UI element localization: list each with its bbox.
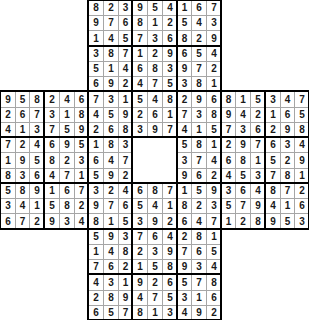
cell-r17c8[interactable]: 4 bbox=[103, 244, 119, 260]
cell-r8c21[interactable]: 5 bbox=[294, 107, 309, 123]
cell-r14c1[interactable]: 3 bbox=[0, 198, 16, 214]
cell-r1c15[interactable]: 7 bbox=[206, 0, 222, 16]
cell-r1c8[interactable]: 2 bbox=[103, 0, 119, 16]
cell-r7c18[interactable]: 5 bbox=[250, 91, 266, 108]
cell-r6c13[interactable]: 3 bbox=[177, 76, 192, 92]
cell-r1c9[interactable]: 3 bbox=[118, 0, 133, 16]
cell-r15c11[interactable]: 9 bbox=[147, 213, 163, 230]
cell-r14c10[interactable]: 5 bbox=[132, 198, 148, 214]
cell-r4c12[interactable]: 9 bbox=[162, 46, 178, 62]
cell-r9c9[interactable]: 8 bbox=[118, 122, 133, 138]
cell-r12c17[interactable]: 5 bbox=[235, 168, 251, 184]
cell-r8c19[interactable]: 1 bbox=[265, 107, 281, 123]
cell-r14c21[interactable]: 6 bbox=[294, 198, 309, 214]
cell-r15c6[interactable]: 4 bbox=[74, 213, 89, 230]
cell-r15c5[interactable]: 3 bbox=[59, 213, 75, 230]
cell-r13c2[interactable]: 8 bbox=[15, 183, 30, 199]
cell-r10c8[interactable]: 8 bbox=[103, 137, 119, 153]
cell-r9c11[interactable]: 9 bbox=[147, 122, 163, 138]
cell-r14c16[interactable]: 5 bbox=[221, 198, 236, 214]
cell-r8c20[interactable]: 6 bbox=[280, 107, 295, 123]
cell-r4c11[interactable]: 2 bbox=[147, 46, 163, 62]
cell-r8c15[interactable]: 8 bbox=[206, 107, 222, 123]
cell-r7c14[interactable]: 9 bbox=[191, 91, 207, 108]
cell-r20c12[interactable]: 5 bbox=[162, 290, 178, 306]
cell-r14c6[interactable]: 2 bbox=[74, 198, 89, 214]
cell-r15c15[interactable]: 7 bbox=[206, 213, 222, 230]
cell-r19c14[interactable]: 7 bbox=[191, 274, 207, 291]
cell-r4c13[interactable]: 6 bbox=[177, 46, 192, 62]
cell-r11c6[interactable]: 3 bbox=[74, 152, 89, 169]
cell-r13c7[interactable]: 3 bbox=[88, 183, 104, 199]
cell-r8c9[interactable]: 9 bbox=[118, 107, 133, 123]
cell-r15c2[interactable]: 7 bbox=[15, 213, 30, 230]
cell-r11c13[interactable]: 3 bbox=[177, 152, 192, 169]
cell-r20c11[interactable]: 7 bbox=[147, 290, 163, 306]
cell-r12c21[interactable]: 1 bbox=[294, 168, 309, 184]
cell-r15c18[interactable]: 8 bbox=[250, 213, 266, 230]
cell-r9c8[interactable]: 6 bbox=[103, 122, 119, 138]
cell-r14c19[interactable]: 4 bbox=[265, 198, 281, 214]
cell-r10c14[interactable]: 8 bbox=[191, 137, 207, 153]
cell-r7c13[interactable]: 2 bbox=[177, 91, 192, 108]
cell-r2c7[interactable]: 9 bbox=[88, 15, 104, 31]
cell-r9c20[interactable]: 9 bbox=[280, 122, 295, 138]
cell-r10c21[interactable]: 4 bbox=[294, 137, 309, 153]
cell-r21c15[interactable]: 2 bbox=[206, 305, 222, 320]
cell-r3c15[interactable]: 9 bbox=[206, 30, 222, 47]
cell-r8c18[interactable]: 2 bbox=[250, 107, 266, 123]
cell-r13c11[interactable]: 8 bbox=[147, 183, 163, 199]
cell-r2c10[interactable]: 8 bbox=[132, 15, 148, 31]
cell-r21c7[interactable]: 6 bbox=[88, 305, 104, 320]
cell-r15c13[interactable]: 6 bbox=[177, 213, 192, 230]
cell-r6c9[interactable]: 2 bbox=[118, 76, 133, 92]
cell-r6c10[interactable]: 4 bbox=[132, 76, 148, 92]
cell-r15c19[interactable]: 9 bbox=[265, 213, 281, 230]
cell-r3c12[interactable]: 6 bbox=[162, 30, 178, 47]
cell-r5c9[interactable]: 4 bbox=[118, 61, 133, 77]
cell-r14c8[interactable]: 7 bbox=[103, 198, 119, 214]
cell-r17c10[interactable]: 2 bbox=[132, 244, 148, 260]
cell-r10c5[interactable]: 9 bbox=[59, 137, 75, 153]
cell-r18c10[interactable]: 1 bbox=[132, 259, 148, 275]
cell-r10c13[interactable]: 5 bbox=[177, 137, 192, 153]
sudoku-board: 8239541679768125431457368293871296545146… bbox=[0, 0, 309, 320]
cell-r9c12[interactable]: 7 bbox=[162, 122, 178, 138]
cell-r20c10[interactable]: 4 bbox=[132, 290, 148, 306]
cell-r8c8[interactable]: 5 bbox=[103, 107, 119, 123]
cell-r16c13[interactable]: 2 bbox=[177, 229, 192, 245]
cell-r9c4[interactable]: 7 bbox=[44, 122, 60, 138]
cell-r8c4[interactable]: 3 bbox=[44, 107, 60, 123]
cell-r13c9[interactable]: 4 bbox=[118, 183, 133, 199]
cell-r15c20[interactable]: 5 bbox=[280, 213, 295, 230]
cell-r8c13[interactable]: 7 bbox=[177, 107, 192, 123]
cell-r4c7[interactable]: 3 bbox=[88, 46, 104, 62]
cell-r13c4[interactable]: 1 bbox=[44, 183, 60, 199]
cell-r20c9[interactable]: 9 bbox=[118, 290, 133, 306]
cell-r16c10[interactable]: 7 bbox=[132, 229, 148, 245]
cell-r19c9[interactable]: 1 bbox=[118, 274, 133, 291]
cell-r11c7[interactable]: 6 bbox=[88, 152, 104, 169]
cell-r5c13[interactable]: 9 bbox=[177, 61, 192, 77]
cell-r7c17[interactable]: 1 bbox=[235, 91, 251, 108]
cell-r1c11[interactable]: 5 bbox=[147, 0, 163, 16]
cell-r16c12[interactable]: 4 bbox=[162, 229, 178, 245]
cell-r5c14[interactable]: 7 bbox=[191, 61, 207, 77]
cell-r9c7[interactable]: 2 bbox=[88, 122, 104, 138]
cell-r8c2[interactable]: 6 bbox=[15, 107, 30, 123]
cell-r21c12[interactable]: 3 bbox=[162, 305, 178, 320]
cell-r7c20[interactable]: 4 bbox=[280, 91, 295, 108]
cell-r12c5[interactable]: 7 bbox=[59, 168, 75, 184]
cell-r20c15[interactable]: 6 bbox=[206, 290, 222, 306]
cell-r9c1[interactable]: 4 bbox=[0, 122, 16, 138]
cell-r8c16[interactable]: 9 bbox=[221, 107, 236, 123]
cell-r18c11[interactable]: 5 bbox=[147, 259, 163, 275]
cell-r13c1[interactable]: 5 bbox=[0, 183, 16, 199]
cell-r4c8[interactable]: 8 bbox=[103, 46, 119, 62]
cell-r9c19[interactable]: 2 bbox=[265, 122, 281, 138]
cell-r12c8[interactable]: 9 bbox=[103, 168, 119, 184]
cell-r17c9[interactable]: 8 bbox=[118, 244, 133, 260]
cell-r16c11[interactable]: 6 bbox=[147, 229, 163, 245]
cell-r10c4[interactable]: 6 bbox=[44, 137, 60, 153]
cell-r7c15[interactable]: 6 bbox=[206, 91, 222, 108]
cell-r10c1[interactable]: 7 bbox=[0, 137, 16, 153]
cell-r21c10[interactable]: 8 bbox=[132, 305, 148, 320]
cell-r17c13[interactable]: 7 bbox=[177, 244, 192, 260]
cell-r4c14[interactable]: 5 bbox=[191, 46, 207, 62]
cell-r12c13[interactable]: 9 bbox=[177, 168, 192, 184]
cell-r19c8[interactable]: 3 bbox=[103, 274, 119, 291]
cell-r19c10[interactable]: 9 bbox=[132, 274, 148, 291]
cell-r17c12[interactable]: 9 bbox=[162, 244, 178, 260]
cell-r16c8[interactable]: 9 bbox=[103, 229, 119, 245]
cell-r2c13[interactable]: 5 bbox=[177, 15, 192, 31]
cell-r11c18[interactable]: 1 bbox=[250, 152, 266, 169]
cell-r10c16[interactable]: 2 bbox=[221, 137, 236, 153]
cell-r7c6[interactable]: 6 bbox=[74, 91, 89, 108]
cell-r14c7[interactable]: 9 bbox=[88, 198, 104, 214]
cell-r2c8[interactable]: 7 bbox=[103, 15, 119, 31]
cell-r14c11[interactable]: 4 bbox=[147, 198, 163, 214]
cell-r12c6[interactable]: 1 bbox=[74, 168, 89, 184]
cell-r5c10[interactable]: 6 bbox=[132, 61, 148, 77]
cell-r10c15[interactable]: 1 bbox=[206, 137, 222, 153]
cell-r3c10[interactable]: 7 bbox=[132, 30, 148, 47]
cell-r10c17[interactable]: 9 bbox=[235, 137, 251, 153]
cell-r19c12[interactable]: 6 bbox=[162, 274, 178, 291]
cell-r20c14[interactable]: 1 bbox=[191, 290, 207, 306]
cell-r11c16[interactable]: 6 bbox=[221, 152, 236, 169]
cell-r8c7[interactable]: 4 bbox=[88, 107, 104, 123]
cell-r9c5[interactable]: 5 bbox=[59, 122, 75, 138]
cell-r14c12[interactable]: 1 bbox=[162, 198, 178, 214]
cell-r11c8[interactable]: 4 bbox=[103, 152, 119, 169]
cell-r10c3[interactable]: 4 bbox=[29, 137, 45, 153]
cell-r13c3[interactable]: 9 bbox=[29, 183, 45, 199]
cell-r16c14[interactable]: 8 bbox=[191, 229, 207, 245]
cell-r14c17[interactable]: 7 bbox=[235, 198, 251, 214]
cell-r18c13[interactable]: 9 bbox=[177, 259, 192, 275]
cell-r15c14[interactable]: 4 bbox=[191, 213, 207, 230]
cell-r11c5[interactable]: 2 bbox=[59, 152, 75, 169]
cell-r7c8[interactable]: 3 bbox=[103, 91, 119, 108]
cell-r9c3[interactable]: 3 bbox=[29, 122, 45, 138]
cell-r21c8[interactable]: 5 bbox=[103, 305, 119, 320]
cell-r13c21[interactable]: 2 bbox=[294, 183, 309, 199]
cell-r12c7[interactable]: 5 bbox=[88, 168, 104, 184]
cell-r1c14[interactable]: 6 bbox=[191, 0, 207, 16]
cell-r2c14[interactable]: 4 bbox=[191, 15, 207, 31]
cell-r8c14[interactable]: 3 bbox=[191, 107, 207, 123]
cell-r9c17[interactable]: 3 bbox=[235, 122, 251, 138]
cell-r14c2[interactable]: 4 bbox=[15, 198, 30, 214]
cell-r5c12[interactable]: 3 bbox=[162, 61, 178, 77]
cell-r6c12[interactable]: 5 bbox=[162, 76, 178, 92]
cell-r13c15[interactable]: 9 bbox=[206, 183, 222, 199]
cell-r19c7[interactable]: 4 bbox=[88, 274, 104, 291]
cell-r9c10[interactable]: 3 bbox=[132, 122, 148, 138]
cell-r19c13[interactable]: 5 bbox=[177, 274, 192, 291]
cell-r3c7[interactable]: 1 bbox=[88, 30, 104, 47]
cell-r14c13[interactable]: 8 bbox=[177, 198, 192, 214]
cell-r18c7[interactable]: 7 bbox=[88, 259, 104, 275]
cell-r7c1[interactable]: 9 bbox=[0, 91, 16, 108]
cell-r2c15[interactable]: 3 bbox=[206, 15, 222, 31]
cell-r17c7[interactable]: 1 bbox=[88, 244, 104, 260]
cell-r15c16[interactable]: 1 bbox=[221, 213, 236, 230]
cell-r6c7[interactable]: 6 bbox=[88, 76, 104, 92]
cell-r5c7[interactable]: 5 bbox=[88, 61, 104, 77]
cell-r7c10[interactable]: 5 bbox=[132, 91, 148, 108]
cell-r12c3[interactable]: 6 bbox=[29, 168, 45, 184]
cell-r8c1[interactable]: 2 bbox=[0, 107, 16, 123]
cell-r10c2[interactable]: 2 bbox=[15, 137, 30, 153]
cell-r11c19[interactable]: 5 bbox=[265, 152, 281, 169]
cell-r10c20[interactable]: 3 bbox=[280, 137, 295, 153]
cell-r2c12[interactable]: 2 bbox=[162, 15, 178, 31]
cell-r13c12[interactable]: 7 bbox=[162, 183, 178, 199]
cell-r15c8[interactable]: 1 bbox=[103, 213, 119, 230]
cell-r14c3[interactable]: 1 bbox=[29, 198, 45, 214]
cell-r15c21[interactable]: 3 bbox=[294, 213, 309, 230]
cell-r11c1[interactable]: 1 bbox=[0, 152, 16, 169]
cell-r11c2[interactable]: 9 bbox=[15, 152, 30, 169]
cell-r15c3[interactable]: 2 bbox=[29, 213, 45, 230]
cell-r12c9[interactable]: 2 bbox=[118, 168, 133, 184]
cell-r7c9[interactable]: 1 bbox=[118, 91, 133, 108]
cell-r15c17[interactable]: 2 bbox=[235, 213, 251, 230]
cell-r4c9[interactable]: 7 bbox=[118, 46, 133, 62]
cell-r14c15[interactable]: 3 bbox=[206, 198, 222, 214]
cell-r12c18[interactable]: 3 bbox=[250, 168, 266, 184]
cell-r13c18[interactable]: 4 bbox=[250, 183, 266, 199]
cell-r20c8[interactable]: 8 bbox=[103, 290, 119, 306]
cell-r13c14[interactable]: 5 bbox=[191, 183, 207, 199]
cell-r9c18[interactable]: 6 bbox=[250, 122, 266, 138]
cell-r9c21[interactable]: 8 bbox=[294, 122, 309, 138]
cell-r12c15[interactable]: 2 bbox=[206, 168, 222, 184]
cell-r20c7[interactable]: 2 bbox=[88, 290, 104, 306]
cell-r21c11[interactable]: 1 bbox=[147, 305, 163, 320]
cell-r17c11[interactable]: 3 bbox=[147, 244, 163, 260]
cell-r14c18[interactable]: 9 bbox=[250, 198, 266, 214]
cell-r13c13[interactable]: 1 bbox=[177, 183, 192, 199]
cell-r3c8[interactable]: 4 bbox=[103, 30, 119, 47]
cell-r13c5[interactable]: 6 bbox=[59, 183, 75, 199]
cell-r9c6[interactable]: 9 bbox=[74, 122, 89, 138]
cell-r20c13[interactable]: 3 bbox=[177, 290, 192, 306]
cell-r5c15[interactable]: 2 bbox=[206, 61, 222, 77]
cell-r13c16[interactable]: 3 bbox=[221, 183, 236, 199]
cell-r15c12[interactable]: 2 bbox=[162, 213, 178, 230]
cell-r7c11[interactable]: 4 bbox=[147, 91, 163, 108]
cell-r19c11[interactable]: 2 bbox=[147, 274, 163, 291]
cell-r7c5[interactable]: 4 bbox=[59, 91, 75, 108]
cell-r1c12[interactable]: 4 bbox=[162, 0, 178, 16]
cell-r18c9[interactable]: 2 bbox=[118, 259, 133, 275]
cell-r8c6[interactable]: 8 bbox=[74, 107, 89, 123]
cell-r6c11[interactable]: 7 bbox=[147, 76, 163, 92]
cell-r7c16[interactable]: 8 bbox=[221, 91, 236, 108]
cell-r3c14[interactable]: 2 bbox=[191, 30, 207, 47]
cell-r8c11[interactable]: 6 bbox=[147, 107, 163, 123]
cell-r14c4[interactable]: 5 bbox=[44, 198, 60, 214]
cell-r6c14[interactable]: 8 bbox=[191, 76, 207, 92]
cell-r16c7[interactable]: 5 bbox=[88, 229, 104, 245]
cell-r10c19[interactable]: 6 bbox=[265, 137, 281, 153]
cell-r8c12[interactable]: 1 bbox=[162, 107, 178, 123]
cell-r12c2[interactable]: 3 bbox=[15, 168, 30, 184]
cell-r8c17[interactable]: 4 bbox=[235, 107, 251, 123]
cell-r15c9[interactable]: 5 bbox=[118, 213, 133, 230]
cell-r18c15[interactable]: 4 bbox=[206, 259, 222, 275]
cell-r10c7[interactable]: 1 bbox=[88, 137, 104, 153]
cell-r9c2[interactable]: 1 bbox=[15, 122, 30, 138]
cell-r21c13[interactable]: 4 bbox=[177, 305, 192, 320]
cell-r9c14[interactable]: 1 bbox=[191, 122, 207, 138]
cell-r12c20[interactable]: 8 bbox=[280, 168, 295, 184]
cell-r4c10[interactable]: 1 bbox=[132, 46, 148, 62]
cell-r1c10[interactable]: 9 bbox=[132, 0, 148, 16]
cell-r1c7[interactable]: 8 bbox=[88, 0, 104, 16]
cell-r9c16[interactable]: 7 bbox=[221, 122, 236, 138]
cell-r13c20[interactable]: 7 bbox=[280, 183, 295, 199]
cell-r11c21[interactable]: 9 bbox=[294, 152, 309, 169]
cell-r15c1[interactable]: 6 bbox=[0, 213, 16, 230]
cell-r11c9[interactable]: 7 bbox=[118, 152, 133, 169]
cell-r3c11[interactable]: 3 bbox=[147, 30, 163, 47]
cell-r6c15[interactable]: 1 bbox=[206, 76, 222, 92]
cell-r11c4[interactable]: 8 bbox=[44, 152, 60, 169]
cell-r8c10[interactable]: 2 bbox=[132, 107, 148, 123]
cell-r3c13[interactable]: 8 bbox=[177, 30, 192, 47]
cell-r7c4[interactable]: 2 bbox=[44, 91, 60, 108]
cell-r13c6[interactable]: 7 bbox=[74, 183, 89, 199]
cell-r10c9[interactable]: 3 bbox=[118, 137, 133, 153]
cell-r13c10[interactable]: 6 bbox=[132, 183, 148, 199]
cell-r11c20[interactable]: 2 bbox=[280, 152, 295, 169]
cell-r14c9[interactable]: 6 bbox=[118, 198, 133, 214]
cell-r10c6[interactable]: 5 bbox=[74, 137, 89, 153]
cell-r21c9[interactable]: 7 bbox=[118, 305, 133, 320]
cell-r7c7[interactable]: 7 bbox=[88, 91, 104, 108]
cell-r9c15[interactable]: 5 bbox=[206, 122, 222, 138]
cell-r17c14[interactable]: 6 bbox=[191, 244, 207, 260]
cell-r12c4[interactable]: 4 bbox=[44, 168, 60, 184]
cell-r11c14[interactable]: 7 bbox=[191, 152, 207, 169]
cell-r2c9[interactable]: 6 bbox=[118, 15, 133, 31]
cell-r21c14[interactable]: 9 bbox=[191, 305, 207, 320]
cell-r18c8[interactable]: 6 bbox=[103, 259, 119, 275]
cell-r10c18[interactable]: 7 bbox=[250, 137, 266, 153]
cell-r8c3[interactable]: 7 bbox=[29, 107, 45, 123]
cell-r18c14[interactable]: 3 bbox=[191, 259, 207, 275]
cell-r8c5[interactable]: 1 bbox=[59, 107, 75, 123]
cell-r5c8[interactable]: 1 bbox=[103, 61, 119, 77]
cell-r13c17[interactable]: 6 bbox=[235, 183, 251, 199]
cell-r13c8[interactable]: 2 bbox=[103, 183, 119, 199]
cell-r12c14[interactable]: 6 bbox=[191, 168, 207, 184]
cell-r15c7[interactable]: 8 bbox=[88, 213, 104, 230]
cell-r18c12[interactable]: 8 bbox=[162, 259, 178, 275]
cell-r14c5[interactable]: 8 bbox=[59, 198, 75, 214]
cell-r6c8[interactable]: 9 bbox=[103, 76, 119, 92]
cell-r7c19[interactable]: 3 bbox=[265, 91, 281, 108]
cell-r17c15[interactable]: 5 bbox=[206, 244, 222, 260]
cell-r19c15[interactable]: 8 bbox=[206, 274, 222, 291]
cell-r11c3[interactable]: 5 bbox=[29, 152, 45, 169]
cell-r7c2[interactable]: 5 bbox=[15, 91, 30, 108]
cell-r12c19[interactable]: 7 bbox=[265, 168, 281, 184]
cell-r7c3[interactable]: 8 bbox=[29, 91, 45, 108]
cell-r15c10[interactable]: 3 bbox=[132, 213, 148, 230]
cell-r12c16[interactable]: 4 bbox=[221, 168, 236, 184]
cell-r3c9[interactable]: 5 bbox=[118, 30, 133, 47]
cell-r11c17[interactable]: 8 bbox=[235, 152, 251, 169]
cell-r12c1[interactable]: 8 bbox=[0, 168, 16, 184]
cell-r7c12[interactable]: 8 bbox=[162, 91, 178, 108]
cell-r7c21[interactable]: 7 bbox=[294, 91, 309, 108]
cell-r4c15[interactable]: 4 bbox=[206, 46, 222, 62]
cell-r1c13[interactable]: 1 bbox=[177, 0, 192, 16]
cell-r11c15[interactable]: 4 bbox=[206, 152, 222, 169]
cell-r14c14[interactable]: 2 bbox=[191, 198, 207, 214]
cell-r15c4[interactable]: 9 bbox=[44, 213, 60, 230]
cell-r9c13[interactable]: 4 bbox=[177, 122, 192, 138]
cell-r16c15[interactable]: 1 bbox=[206, 229, 222, 245]
cell-r13c19[interactable]: 8 bbox=[265, 183, 281, 199]
cell-r2c11[interactable]: 1 bbox=[147, 15, 163, 31]
cell-r14c20[interactable]: 1 bbox=[280, 198, 295, 214]
cell-r16c9[interactable]: 3 bbox=[118, 229, 133, 245]
cell-r5c11[interactable]: 8 bbox=[147, 61, 163, 77]
